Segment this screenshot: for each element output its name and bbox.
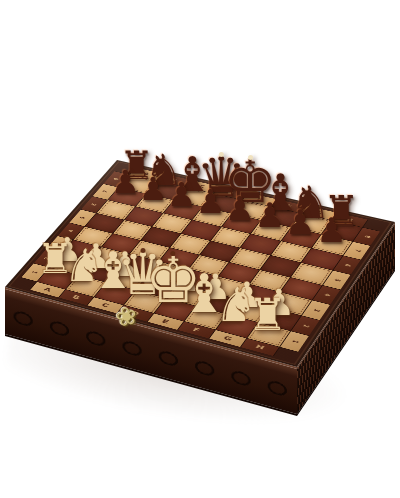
piece-dark-pawn-e7[interactable]: ♟ bbox=[225, 192, 255, 225]
coord-label-text: G bbox=[223, 335, 234, 342]
coord-label-text: H bbox=[255, 344, 266, 351]
coord-label-text: 6 bbox=[343, 263, 351, 267]
coord-label-text: A bbox=[43, 287, 53, 293]
coord-label-text: 5 bbox=[333, 278, 341, 282]
coord-label-text: 2 bbox=[301, 324, 309, 328]
piece-dark-pawn-g7[interactable]: ♟ bbox=[285, 205, 315, 239]
coord-label-text: 6 bbox=[91, 203, 98, 206]
coord-label-text: 1 bbox=[290, 339, 298, 343]
crown-tip-accent bbox=[171, 251, 176, 256]
coord-label-text: 7 bbox=[102, 190, 109, 193]
piece-dark-pawn-d7[interactable]: ♟ bbox=[196, 185, 226, 218]
crown-tip-accent bbox=[219, 152, 224, 157]
piece-dark-pawn-f7[interactable]: ♟ bbox=[255, 198, 285, 232]
chess-set-photo: ABCDEFGH8877665544332211ABCDEFGH ❀ ♜♞♝♛♚… bbox=[0, 0, 400, 498]
piece-white-rook-h1[interactable]: ♜ bbox=[248, 293, 287, 337]
coord-label-text: 8 bbox=[363, 235, 371, 239]
piece-dark-pawn-c7[interactable]: ♟ bbox=[167, 178, 197, 211]
piece-dark-pawn-b7[interactable]: ♟ bbox=[139, 173, 168, 205]
coord-label-text: 7 bbox=[353, 249, 361, 253]
coord-label-text: C bbox=[101, 302, 111, 308]
piece-dark-pawn-h7[interactable]: ♟ bbox=[316, 213, 346, 247]
coord-label-text: B bbox=[71, 294, 81, 300]
crown-tip-accent bbox=[248, 155, 253, 160]
coord-label-text: F bbox=[192, 327, 201, 333]
coord-label-text: 4 bbox=[322, 293, 330, 297]
coord-label-text: E bbox=[161, 319, 170, 325]
piece-dark-pawn-a7[interactable]: ♟ bbox=[111, 166, 140, 198]
coord-label-text: 5 bbox=[79, 216, 86, 219]
coord-label-text: 3 bbox=[312, 308, 320, 312]
